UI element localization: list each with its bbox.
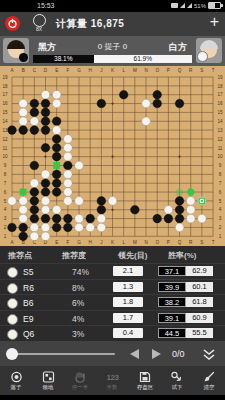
svg-text:G: G	[77, 68, 81, 73]
add-button[interactable]: +	[210, 13, 219, 31]
prev-move-button[interactable]	[130, 349, 139, 359]
svg-text:9: 9	[219, 163, 222, 168]
svg-text:9: 9	[4, 163, 7, 168]
svg-text:13: 13	[217, 128, 223, 133]
svg-text:15: 15	[2, 110, 8, 115]
battery-percent: 51%	[194, 3, 206, 9]
svg-text:1: 1	[219, 234, 222, 239]
move-counter: 0/0	[172, 349, 185, 359]
recommendation-table: 推荐点 推荐度 领先(目) 胜率(%) S574% 2.1 37.162.9 R…	[0, 246, 225, 341]
svg-text:L: L	[122, 240, 125, 245]
svg-text:B: B	[22, 240, 25, 245]
svg-text:4: 4	[219, 207, 222, 212]
svg-text:3: 3	[219, 216, 222, 221]
svg-text:J: J	[100, 68, 102, 73]
svg-text:4: 4	[4, 207, 7, 212]
white-stone-icon	[7, 283, 18, 294]
svg-text:J: J	[100, 240, 102, 245]
svg-text:1: 1	[4, 234, 7, 239]
svg-text:8: 8	[4, 172, 7, 177]
svg-text:15: 15	[217, 110, 223, 115]
col-header-degree: 推荐度	[62, 250, 86, 261]
power-button[interactable]	[5, 16, 20, 31]
go-analysis-app: 15:53 51% 8X 计算量 16,875 + 黑方 白方 0 提	[0, 0, 225, 400]
svg-text:O: O	[155, 240, 159, 245]
svg-text:11: 11	[218, 146, 223, 151]
svg-text:P: P	[167, 68, 170, 73]
table-row[interactable]: B66% 1.8 38.261.8	[0, 294, 225, 310]
svg-text:M: M	[133, 240, 137, 245]
svg-text:5: 5	[219, 199, 222, 204]
table-row[interactable]: E94% 1.7 39.160.9	[0, 310, 225, 326]
signal-icon	[180, 3, 185, 8]
svg-text:19: 19	[2, 75, 8, 80]
svg-text:E: E	[55, 68, 58, 73]
try-move-icon	[170, 371, 183, 383]
wifi-icon	[187, 3, 192, 8]
speed-badge: 8X	[30, 27, 48, 32]
svg-text:14: 14	[2, 119, 8, 124]
svg-text:18: 18	[217, 84, 223, 89]
tool-save[interactable]: 存盘区	[129, 366, 161, 395]
svg-text:O: O	[155, 68, 159, 73]
svg-text:S: S	[200, 68, 203, 73]
white-stone-icon	[7, 314, 18, 325]
svg-text:13: 13	[2, 128, 8, 133]
clock: 15:53	[37, 2, 55, 9]
svg-text:F: F	[66, 68, 69, 73]
tool-pass[interactable]: 停一手	[64, 366, 96, 395]
svg-text:3: 3	[4, 216, 7, 221]
move-slider[interactable]	[12, 353, 115, 355]
black-stone-badge	[19, 53, 28, 62]
table-row[interactable]: R68% 1.3 39.960.1	[0, 279, 225, 295]
svg-text:7: 7	[219, 181, 222, 186]
svg-text:17: 17	[217, 92, 223, 97]
numbers-icon: 123	[107, 371, 119, 383]
status-bar: 15:53 51%	[0, 0, 225, 12]
tool-clear[interactable]: 清空	[193, 366, 225, 395]
white-stone-icon	[7, 329, 18, 340]
svg-text:6: 6	[4, 190, 7, 195]
hand-icon	[74, 371, 86, 383]
svg-text:10: 10	[2, 154, 8, 159]
table-row[interactable]: Q63% 0.4 44.555.5	[0, 325, 225, 341]
col-header-lead: 领先(目)	[118, 250, 147, 261]
svg-text:P: P	[167, 240, 170, 245]
calc-amount: 计算量 16,875	[56, 17, 124, 31]
svg-text:10: 10	[217, 154, 223, 159]
svg-text:L: L	[122, 68, 125, 73]
go-board[interactable]: AABBCCDDEEFFGGHHJJKKLLMMNNOOPPQQRRSSTT19…	[0, 66, 225, 246]
svg-text:Q: Q	[178, 68, 182, 73]
svg-text:16: 16	[217, 101, 223, 106]
svg-text:H: H	[89, 240, 92, 245]
white-stone-badge	[197, 51, 208, 62]
col-header-winrate: 胜率(%)	[168, 250, 196, 261]
white-stone-icon	[7, 298, 18, 309]
svg-text:7: 7	[4, 181, 7, 186]
compute-speed-button[interactable]: 8X	[30, 14, 48, 32]
svg-text:11: 11	[3, 146, 8, 151]
svg-text:19: 19	[217, 75, 223, 80]
svg-text:6: 6	[219, 190, 222, 195]
notification-icon	[171, 3, 178, 8]
winrate-bar: 38.1% 61.9%	[33, 55, 192, 63]
table-row[interactable]: S574% 2.1 37.162.9	[0, 263, 225, 279]
svg-text:N: N	[144, 68, 147, 73]
tool-try-move[interactable]: 试下	[161, 366, 193, 395]
svg-text:17: 17	[2, 92, 8, 97]
svg-text:Q: Q	[178, 240, 182, 245]
move-slider-row: 0/0	[0, 341, 225, 366]
bottom-strip	[0, 395, 225, 400]
white-stone-icon	[7, 267, 18, 278]
svg-text:2: 2	[219, 225, 222, 230]
clear-icon	[203, 371, 215, 383]
svg-text:T: T	[212, 68, 215, 73]
svg-text:B: B	[22, 68, 25, 73]
svg-text:F: F	[66, 240, 69, 245]
svg-text:H: H	[89, 68, 92, 73]
tool-place-stone[interactable]: 落子	[0, 366, 32, 395]
svg-text:18: 18	[2, 84, 8, 89]
col-header-point: 推荐点	[8, 250, 32, 261]
svg-text:12: 12	[217, 137, 223, 142]
next-move-button[interactable]	[152, 349, 161, 359]
territory-icon	[42, 371, 55, 383]
black-winrate: 38.1%	[33, 55, 94, 63]
status-icons: 51%	[171, 2, 221, 9]
svg-text:M: M	[133, 68, 137, 73]
toolbar: 落子 领地 停一手 123 手数 存盘区 试下	[0, 366, 225, 395]
svg-text:N: N	[144, 240, 147, 245]
svg-text:T: T	[212, 240, 215, 245]
svg-text:S: S	[200, 240, 203, 245]
svg-text:5: 5	[4, 199, 7, 204]
svg-text:2: 2	[4, 225, 7, 230]
svg-text:E: E	[55, 240, 58, 245]
svg-text:8: 8	[219, 172, 222, 177]
white-winrate: 61.9%	[94, 55, 192, 63]
slider-thumb[interactable]	[6, 348, 18, 360]
save-icon	[139, 371, 151, 383]
svg-text:14: 14	[217, 119, 223, 124]
captures-readout: 0 提子 0	[0, 41, 225, 52]
svg-text:G: G	[77, 240, 81, 245]
svg-text:16: 16	[2, 101, 8, 106]
tool-territory[interactable]: 领地	[32, 366, 64, 395]
tool-move-numbers[interactable]: 123 手数	[96, 366, 128, 395]
svg-text:12: 12	[2, 137, 8, 142]
battery-icon	[208, 2, 221, 9]
collapse-button[interactable]	[202, 347, 216, 365]
stone-icon	[10, 371, 23, 383]
